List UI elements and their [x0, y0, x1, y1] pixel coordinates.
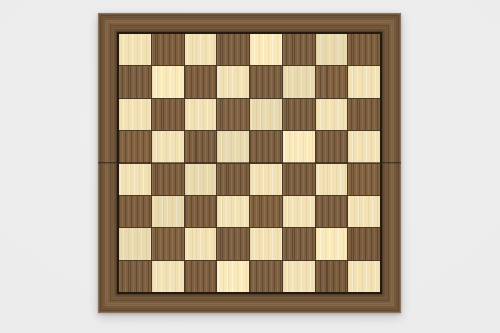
square-g8[interactable]: [316, 34, 348, 65]
square-c2[interactable]: [185, 228, 217, 259]
square-b4[interactable]: [152, 164, 184, 195]
square-a6[interactable]: [119, 99, 151, 130]
square-d6[interactable]: [217, 99, 249, 130]
photo-background: [0, 0, 500, 333]
square-d5[interactable]: [217, 131, 249, 162]
square-d3[interactable]: [217, 196, 249, 227]
chess-board: [98, 13, 401, 313]
square-h7[interactable]: [348, 66, 380, 97]
square-d1[interactable]: [217, 261, 249, 292]
square-d4[interactable]: [217, 164, 249, 195]
square-f1[interactable]: [283, 261, 315, 292]
square-g6[interactable]: [316, 99, 348, 130]
square-h4[interactable]: [348, 164, 380, 195]
square-b7[interactable]: [152, 66, 184, 97]
square-a7[interactable]: [119, 66, 151, 97]
square-e1[interactable]: [250, 261, 282, 292]
square-b1[interactable]: [152, 261, 184, 292]
square-b6[interactable]: [152, 99, 184, 130]
square-e3[interactable]: [250, 196, 282, 227]
square-a3[interactable]: [119, 196, 151, 227]
board-frame-top: [98, 13, 401, 32]
square-f4[interactable]: [283, 164, 315, 195]
square-g3[interactable]: [316, 196, 348, 227]
square-h2[interactable]: [348, 228, 380, 259]
board-frame-right: [382, 13, 401, 313]
square-f3[interactable]: [283, 196, 315, 227]
square-h8[interactable]: [348, 34, 380, 65]
square-g5[interactable]: [316, 131, 348, 162]
square-c4[interactable]: [185, 164, 217, 195]
square-a2[interactable]: [119, 228, 151, 259]
square-h5[interactable]: [348, 131, 380, 162]
square-f8[interactable]: [283, 34, 315, 65]
square-a8[interactable]: [119, 34, 151, 65]
square-e2[interactable]: [250, 228, 282, 259]
square-h3[interactable]: [348, 196, 380, 227]
square-h1[interactable]: [348, 261, 380, 292]
square-c7[interactable]: [185, 66, 217, 97]
square-b8[interactable]: [152, 34, 184, 65]
square-d2[interactable]: [217, 228, 249, 259]
board-frame-bottom: [98, 294, 401, 313]
square-g2[interactable]: [316, 228, 348, 259]
square-c8[interactable]: [185, 34, 217, 65]
square-e5[interactable]: [250, 131, 282, 162]
square-f7[interactable]: [283, 66, 315, 97]
square-c6[interactable]: [185, 99, 217, 130]
square-f2[interactable]: [283, 228, 315, 259]
square-d8[interactable]: [217, 34, 249, 65]
square-c3[interactable]: [185, 196, 217, 227]
square-g1[interactable]: [316, 261, 348, 292]
square-e7[interactable]: [250, 66, 282, 97]
square-b5[interactable]: [152, 131, 184, 162]
square-e4[interactable]: [250, 164, 282, 195]
square-f5[interactable]: [283, 131, 315, 162]
square-g4[interactable]: [316, 164, 348, 195]
square-a4[interactable]: [119, 164, 151, 195]
square-b2[interactable]: [152, 228, 184, 259]
square-c5[interactable]: [185, 131, 217, 162]
square-c1[interactable]: [185, 261, 217, 292]
square-d7[interactable]: [217, 66, 249, 97]
board-frame-left: [98, 13, 117, 313]
square-h6[interactable]: [348, 99, 380, 130]
board-squares-grid: [119, 34, 380, 292]
square-a5[interactable]: [119, 131, 151, 162]
square-a1[interactable]: [119, 261, 151, 292]
square-b3[interactable]: [152, 196, 184, 227]
square-f6[interactable]: [283, 99, 315, 130]
square-e8[interactable]: [250, 34, 282, 65]
square-e6[interactable]: [250, 99, 282, 130]
square-g7[interactable]: [316, 66, 348, 97]
